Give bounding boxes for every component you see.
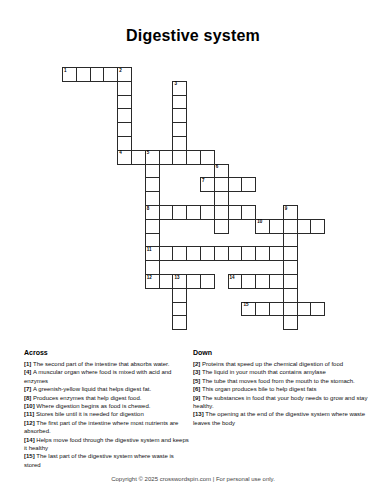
grid-cell-r9c14[interactable]: [241, 177, 256, 192]
grid-cell-r18c16[interactable]: [269, 302, 284, 317]
clue-number-9: 9: [285, 207, 288, 212]
clue-number-6: 6: [216, 165, 219, 170]
grid-cell-r14c7[interactable]: 11: [145, 246, 160, 261]
grid-cell-r19c9[interactable]: [172, 315, 187, 330]
grid-cell-r3c9[interactable]: [172, 95, 187, 110]
clue-number-14: 14: [230, 276, 235, 281]
grid-cell-r7c6[interactable]: [131, 150, 146, 165]
grid-cell-r10c7[interactable]: [145, 191, 160, 206]
clue-down-3: [3] The liquid in your mouth that contai…: [193, 368, 373, 376]
clue-number-8: 8: [147, 207, 150, 212]
grid-cell-r12c19[interactable]: [310, 219, 325, 234]
grid-cell-r7c11[interactable]: [200, 150, 215, 165]
grid-cell-r16c17[interactable]: [283, 274, 298, 289]
grid-cell-r14c13[interactable]: [228, 246, 243, 261]
clue-number-13: 13: [174, 276, 179, 281]
grid-cell-r6c9[interactable]: [172, 136, 187, 151]
grid-cell-r4c9[interactable]: [172, 108, 187, 123]
grid-cell-r18c19[interactable]: [310, 302, 325, 317]
clue-across-4: [4] A muscular organ where food is mixed…: [24, 368, 192, 385]
grid-cell-r12c15[interactable]: 10: [255, 219, 270, 234]
grid-cell-r18c9[interactable]: [172, 302, 187, 317]
grid-cell-r14c11[interactable]: [200, 246, 215, 261]
grid-cell-r11c12[interactable]: [214, 205, 229, 220]
clue-number-3: 3: [174, 82, 177, 87]
clue-number-11: 11: [147, 248, 152, 253]
clue-across-12: [12] The first part of the intestine whe…: [24, 419, 192, 436]
grid-cell-r11c13[interactable]: [228, 205, 243, 220]
clue-number-2: 2: [119, 69, 122, 74]
clue-down-5: [5] The tube that moves food from the mo…: [193, 377, 373, 385]
grid-cell-r14c8[interactable]: [159, 246, 174, 261]
grid-cell-r7c10[interactable]: [186, 150, 201, 165]
grid-cell-r11c14[interactable]: [241, 205, 256, 220]
grid-cell-r12c16[interactable]: [269, 219, 284, 234]
grid-cell-r7c7[interactable]: 5: [145, 150, 160, 165]
grid-cell-r1c3[interactable]: [90, 67, 105, 82]
grid-cell-r7c8[interactable]: [159, 150, 174, 165]
clue-down-2: [2] Proteins that speed up the chemical …: [193, 360, 373, 368]
clue-across-8: [8] Produces enzymes that help digest fo…: [24, 394, 192, 402]
down-clues-column: Down [2] Proteins that speed up the chem…: [193, 349, 373, 427]
grid-cell-r9c12[interactable]: [214, 177, 229, 192]
clue-number-12: 12: [147, 276, 152, 281]
grid-cell-r7c9[interactable]: [172, 150, 187, 165]
clue-number-5: 5: [147, 151, 150, 156]
grid-cell-r18c14[interactable]: 15: [241, 302, 256, 317]
down-header: Down: [193, 349, 373, 356]
grid-cell-r9c13[interactable]: [228, 177, 243, 192]
across-header: Across: [24, 349, 192, 356]
grid-cell-r14c16[interactable]: [269, 246, 284, 261]
grid-cell-r8c7[interactable]: [145, 164, 160, 179]
grid-cell-r11c7[interactable]: 8: [145, 205, 160, 220]
crossword-grid: 123456789101112131415: [62, 67, 326, 331]
grid-cell-r15c7[interactable]: [145, 260, 160, 275]
grid-cell-r4c5[interactable]: [117, 108, 132, 123]
grid-cell-r18c18[interactable]: [297, 302, 312, 317]
grid-cell-r9c7[interactable]: [145, 177, 160, 192]
grid-cell-r19c17[interactable]: [283, 315, 298, 330]
grid-cell-r18c15[interactable]: [255, 302, 270, 317]
page-title: Digestive system: [0, 27, 386, 45]
grid-cell-r16c16[interactable]: [269, 274, 284, 289]
grid-cell-r11c17[interactable]: 9: [283, 205, 298, 220]
grid-cell-r14c17[interactable]: [283, 246, 298, 261]
clue-across-10: [10] Where digestion begins as food is c…: [24, 402, 192, 410]
grid-cell-r16c8[interactable]: [159, 274, 174, 289]
clue-down-9: [9] The substances in food that your bod…: [193, 394, 373, 411]
grid-cell-r16c9[interactable]: 13: [172, 274, 187, 289]
grid-cell-r1c2[interactable]: [76, 67, 91, 82]
grid-cell-r17c17[interactable]: [283, 288, 298, 303]
grid-cell-r10c12[interactable]: [214, 191, 229, 206]
grid-cell-r12c17[interactable]: [283, 219, 298, 234]
clue-across-15: [15] The last part of the digestive syst…: [24, 452, 192, 469]
clue-number-10: 10: [257, 220, 262, 225]
across-clue-list: [1] The second part of the intestine tha…: [24, 360, 192, 469]
grid-cell-r14c15[interactable]: [255, 246, 270, 261]
grid-cell-r6c5[interactable]: [117, 136, 132, 151]
clue-number-4: 4: [119, 151, 122, 156]
grid-cell-r11c10[interactable]: [186, 205, 201, 220]
grid-cell-r16c7[interactable]: 12: [145, 274, 160, 289]
grid-cell-r5c9[interactable]: [172, 122, 187, 137]
clue-across-7: [7] A greenish-yellow liquid that helps …: [24, 385, 192, 393]
grid-cell-r2c9[interactable]: 3: [172, 81, 187, 96]
grid-cell-r1c4[interactable]: [103, 67, 118, 82]
grid-cell-r3c5[interactable]: [117, 95, 132, 110]
crossword-page: Digestive system 123456789101112131415 A…: [0, 0, 386, 500]
grid-cell-r1c1[interactable]: 1: [62, 67, 77, 82]
grid-cell-r15c17[interactable]: [283, 260, 298, 275]
grid-cell-r11c11[interactable]: [200, 205, 215, 220]
grid-cell-r16c14[interactable]: [241, 274, 256, 289]
grid-cell-r14c10[interactable]: [186, 246, 201, 261]
grid-cell-r7c5[interactable]: 4: [117, 150, 132, 165]
copyright-footer: Copyright © 2025 crosswordspin.com | For…: [0, 476, 386, 482]
across-clues-column: Across [1] The second part of the intest…: [24, 349, 192, 469]
clue-number-15: 15: [243, 303, 248, 308]
grid-cell-r14c9[interactable]: [172, 246, 187, 261]
clue-number-7: 7: [202, 179, 205, 184]
grid-cell-r13c17[interactable]: [283, 233, 298, 248]
grid-cell-r11c9[interactable]: [172, 205, 187, 220]
grid-cell-r13c7[interactable]: [145, 233, 160, 248]
grid-cell-r11c8[interactable]: [159, 205, 174, 220]
clue-across-11: [11] Stores bile until it is needed for …: [24, 410, 192, 418]
grid-cell-r14c12[interactable]: [214, 246, 229, 261]
clue-across-14: [14] Helps move food through the digesti…: [24, 436, 192, 453]
grid-cell-r8c12[interactable]: 6: [214, 164, 229, 179]
grid-cell-r5c5[interactable]: [117, 122, 132, 137]
grid-cell-r16c13[interactable]: 14: [228, 274, 243, 289]
grid-cell-r2c5[interactable]: [117, 81, 132, 96]
clue-number-1: 1: [64, 69, 67, 74]
grid-cell-r14c14[interactable]: [241, 246, 256, 261]
clue-across-1: [1] The second part of the intestine tha…: [24, 360, 192, 368]
grid-cell-r16c15[interactable]: [255, 274, 270, 289]
grid-cell-r9c11[interactable]: 7: [200, 177, 215, 192]
clue-down-6: [6] This organ produces bile to help dig…: [193, 385, 373, 393]
grid-cell-r12c18[interactable]: [297, 219, 312, 234]
grid-cell-r16c11[interactable]: [200, 274, 215, 289]
grid-cell-r18c17[interactable]: [283, 302, 298, 317]
grid-cell-r12c12[interactable]: [214, 219, 229, 234]
grid-cell-r12c7[interactable]: [145, 219, 160, 234]
down-clue-list: [2] Proteins that speed up the chemical …: [193, 360, 373, 427]
grid-cell-r16c10[interactable]: [186, 274, 201, 289]
grid-cell-r17c9[interactable]: [172, 288, 187, 303]
grid-cell-r1c5[interactable]: 2: [117, 67, 132, 82]
clue-down-13: [13] The opening at the end of the diges…: [193, 410, 373, 427]
